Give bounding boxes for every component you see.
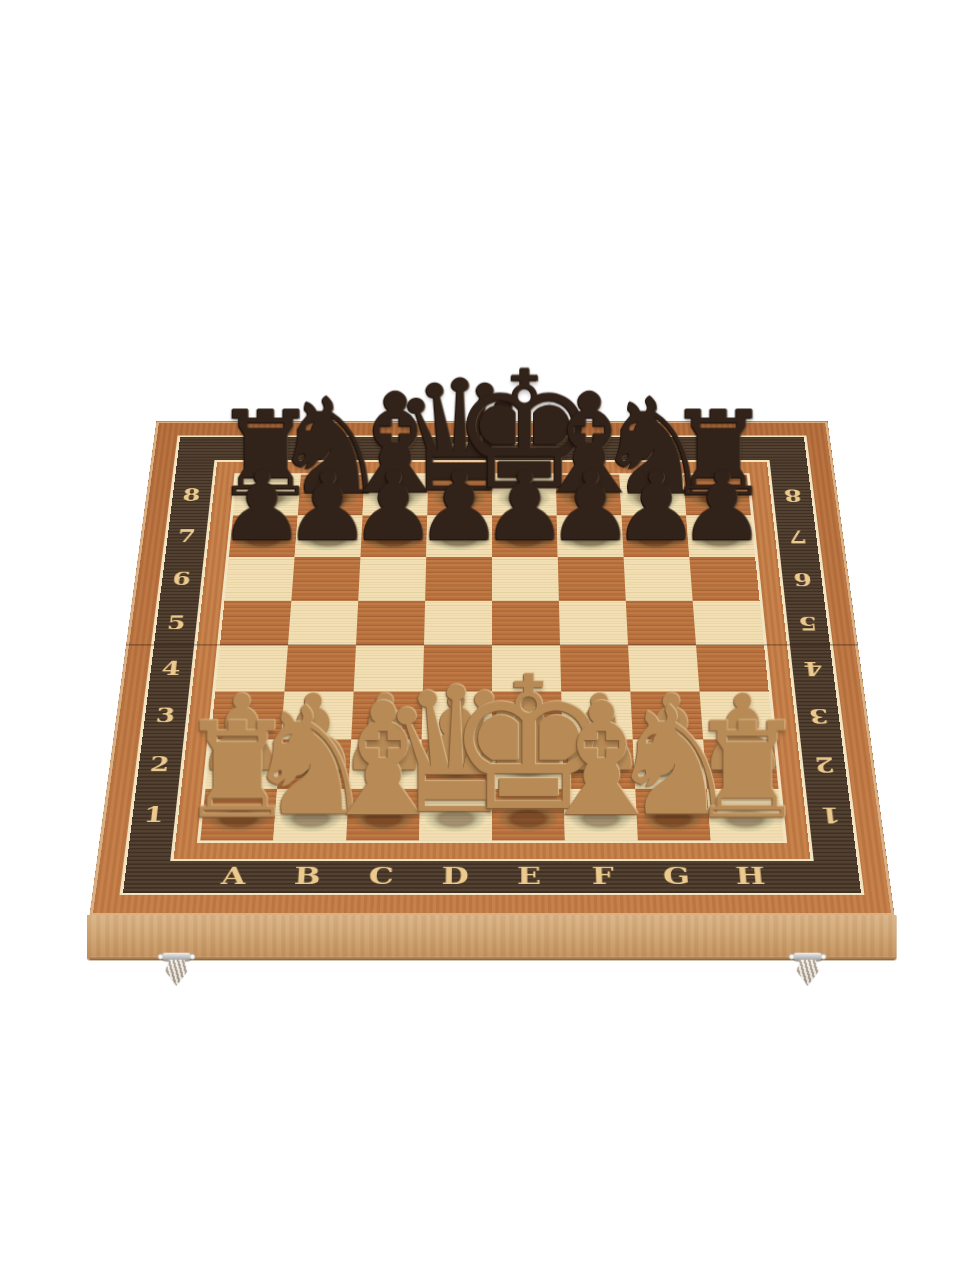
- rank-label-left-2: 2: [136, 739, 184, 789]
- file-label-bottom-g: G: [639, 860, 715, 892]
- piece-shadow: [300, 529, 358, 551]
- piece-shadow: [561, 488, 617, 509]
- square-f7[interactable]: ♟: [557, 515, 624, 557]
- square-e7[interactable]: ♟: [492, 515, 558, 557]
- piece-shadow: [689, 488, 746, 509]
- piece-shadow: [496, 488, 552, 509]
- file-label-top-e: E: [492, 437, 555, 460]
- square-g6[interactable]: [624, 557, 693, 600]
- rank-label-left-7: 7: [165, 515, 208, 557]
- piece-shadow: [692, 529, 750, 551]
- file-label-bottom-a: A: [195, 860, 272, 892]
- photo-scene: 8765432187654321AABBCCDDEEFFGGHH ♜♞♝♛♚♝♞…: [0, 0, 960, 1280]
- file-label-top-b: B: [302, 437, 366, 460]
- rank-label-right-8: 8: [771, 475, 814, 516]
- playing-area: ♜♞♝♛♚♝♞♜♟♟♟♟♟♟♟♟♟♟♟♟♟♟♟♟♜♞♝♛♚♝♞♜: [200, 475, 783, 841]
- piece-shadow: [432, 488, 488, 509]
- piece-shadow: [234, 529, 292, 551]
- piece-black-rook-a8[interactable]: ♜: [213, 395, 319, 513]
- chess-board: 8765432187654321AABBCCDDEEFFGGHH ♜♞♝♛♚♝♞…: [90, 421, 895, 915]
- square-d8[interactable]: ♛: [427, 475, 492, 516]
- piece-shadow: [238, 488, 295, 509]
- clasp-hinge-bar: [793, 953, 822, 961]
- clasp-hinge-bar: [162, 953, 191, 961]
- square-h1[interactable]: ♜: [707, 789, 784, 840]
- rank-label-right-6: 6: [780, 557, 824, 600]
- file-label-top-g: G: [618, 437, 682, 460]
- rank-label-right-1: 1: [806, 789, 855, 840]
- file-label-bottom-b: B: [269, 860, 345, 892]
- square-e8[interactable]: ♚: [492, 475, 557, 516]
- piece-black-bishop-c8[interactable]: ♝: [333, 374, 458, 513]
- file-label-bottom-h: H: [712, 860, 789, 892]
- right-clasp: [791, 953, 824, 990]
- piece-shadow: [562, 529, 619, 551]
- piece-black-pawn-d7[interactable]: ♟: [416, 458, 503, 555]
- piece-black-pawn-f7[interactable]: ♟: [547, 458, 634, 555]
- piece-white-rook-h1[interactable]: ♜: [687, 705, 806, 838]
- file-label-bottom-c: C: [344, 860, 419, 892]
- square-a8[interactable]: ♜: [233, 475, 301, 516]
- file-label-bottom-d: D: [418, 860, 492, 892]
- rank-label-right-2: 2: [800, 739, 848, 789]
- file-label-top-f: F: [555, 437, 619, 460]
- piece-shadow: [431, 529, 487, 551]
- square-a5[interactable]: [220, 601, 291, 646]
- clasp-shell-pendant: [797, 959, 819, 985]
- square-h5[interactable]: [693, 601, 764, 646]
- piece-black-pawn-h7[interactable]: ♟: [679, 458, 766, 555]
- piece-shadow: [625, 488, 682, 509]
- square-b6[interactable]: [291, 557, 360, 600]
- square-b5[interactable]: [288, 601, 358, 646]
- square-d6[interactable]: [425, 557, 492, 600]
- square-c5[interactable]: [356, 601, 425, 646]
- square-c8[interactable]: ♝: [363, 475, 429, 516]
- square-b7[interactable]: ♟: [295, 515, 363, 557]
- rank-label-left-6: 6: [160, 557, 204, 600]
- rank-label-left-8: 8: [170, 475, 213, 516]
- piece-black-pawn-e7[interactable]: ♟: [482, 458, 569, 555]
- square-f8[interactable]: ♝: [556, 475, 622, 516]
- square-h8[interactable]: ♜: [683, 475, 751, 516]
- box-front-face: [87, 915, 896, 959]
- square-c7[interactable]: ♟: [360, 515, 427, 557]
- clasp-shell-pendant: [165, 959, 187, 985]
- piece-shadow: [497, 529, 553, 551]
- piece-black-bishop-f8[interactable]: ♝: [527, 374, 652, 513]
- rank-label-right-7: 7: [776, 515, 819, 557]
- square-g8[interactable]: ♞: [619, 475, 686, 516]
- square-g7[interactable]: ♟: [621, 515, 689, 557]
- piece-shadow: [365, 529, 422, 551]
- piece-black-pawn-a7[interactable]: ♟: [219, 458, 306, 555]
- file-label-top-h: H: [680, 437, 745, 460]
- file-label-top-d: D: [429, 437, 492, 460]
- piece-black-pawn-b7[interactable]: ♟: [284, 458, 371, 555]
- rank-label-right-4: 4: [790, 645, 836, 691]
- square-g5[interactable]: [626, 601, 696, 646]
- file-label-bottom-e: E: [492, 860, 566, 892]
- piece-shadow: [367, 488, 423, 509]
- left-clasp: [160, 953, 193, 990]
- piece-black-queen-d8[interactable]: ♛: [391, 359, 529, 513]
- square-e6[interactable]: [492, 557, 559, 600]
- piece-black-pawn-g7[interactable]: ♟: [613, 458, 700, 555]
- rank-label-right-5: 5: [785, 600, 830, 645]
- square-f6[interactable]: [558, 557, 626, 600]
- square-h6[interactable]: [689, 557, 759, 600]
- piece-black-knight-g8[interactable]: ♞: [594, 380, 713, 513]
- square-h7[interactable]: ♟: [686, 515, 755, 557]
- rank-label-left-5: 5: [154, 600, 199, 645]
- rank-label-left-1: 1: [129, 789, 178, 840]
- square-a7[interactable]: ♟: [229, 515, 298, 557]
- file-label-top-c: C: [365, 437, 429, 460]
- square-b8[interactable]: ♞: [298, 475, 365, 516]
- square-c6[interactable]: [358, 557, 426, 600]
- piece-black-king-e8[interactable]: ♚: [451, 349, 598, 513]
- file-label-top-a: A: [239, 437, 304, 460]
- piece-shadow: [303, 488, 360, 509]
- file-label-bottom-f: F: [565, 860, 640, 892]
- square-a6[interactable]: [224, 557, 294, 600]
- square-d7[interactable]: ♟: [426, 515, 492, 557]
- piece-black-rook-h8[interactable]: ♜: [666, 395, 772, 513]
- piece-shadow: [627, 529, 685, 551]
- piece-black-pawn-c7[interactable]: ♟: [350, 458, 437, 555]
- rank-label-left-4: 4: [148, 645, 194, 691]
- piece-black-knight-b8[interactable]: ♞: [271, 380, 390, 513]
